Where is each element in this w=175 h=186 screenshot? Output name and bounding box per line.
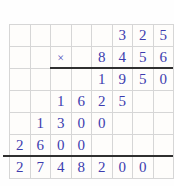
grid-cell-r7-c4-digit-8: 8 bbox=[72, 157, 93, 179]
grid-cell-r2-c6-digit-4: 4 bbox=[113, 47, 134, 69]
grid-cell-r2-c7-digit-5: 5 bbox=[133, 47, 154, 69]
grid-cell-r2-c8-digit-6: 6 bbox=[154, 47, 175, 69]
grid-cell-r1-c1-empty bbox=[10, 25, 31, 47]
grid-cell-r5-c4-digit-0: 0 bbox=[72, 113, 93, 135]
grid-cell-r7-c2-digit-7: 7 bbox=[31, 157, 52, 179]
grid-cell-r1-c4-empty bbox=[72, 25, 93, 47]
grid-cell-r4-c3-digit-1: 1 bbox=[51, 91, 72, 113]
worksheet: 325×845619501625130026002748200 bbox=[0, 0, 174, 186]
grid-cell-r3-c7-digit-5: 5 bbox=[133, 69, 154, 91]
grid-cell-r6-c2-digit-6: 6 bbox=[31, 135, 52, 157]
grid-cell-r3-c5-digit-1: 1 bbox=[92, 69, 113, 91]
grid-cell-r3-c3-empty bbox=[51, 69, 72, 91]
grid-cell-r3-c2-empty bbox=[31, 69, 52, 91]
grid-cell-r7-c8-empty bbox=[154, 157, 175, 179]
grid-cell-r1-c6-digit-3: 3 bbox=[113, 25, 134, 47]
rule-line-under-partials bbox=[3, 155, 173, 157]
grid-cell-r2-c3-times-sign: × bbox=[51, 47, 72, 69]
grid-cell-r3-c4-empty bbox=[72, 69, 93, 91]
grid-cell-r6-c4-digit-0: 0 bbox=[72, 135, 93, 157]
grid-cell-r2-c1-empty bbox=[10, 47, 31, 69]
grid-cell-r4-c8-empty bbox=[154, 91, 175, 113]
grid-cell-r1-c3-empty bbox=[51, 25, 72, 47]
grid-cell-r4-c1-empty bbox=[10, 91, 31, 113]
grid-cell-r5-c8-empty bbox=[154, 113, 175, 135]
grid-cell-r7-c7-digit-0: 0 bbox=[133, 157, 154, 179]
grid-cell-r2-c4-empty bbox=[72, 47, 93, 69]
grid-cell-r6-c1-digit-2: 2 bbox=[10, 135, 31, 157]
grid-cell-r6-c8-empty bbox=[154, 135, 175, 157]
grid-cell-r1-c7-digit-2: 2 bbox=[133, 25, 154, 47]
grid-cell-r7-c5-digit-2: 2 bbox=[92, 157, 113, 179]
grid-cell-r5-c5-digit-0: 0 bbox=[92, 113, 113, 135]
grid-cell-r7-c6-digit-0: 0 bbox=[113, 157, 134, 179]
grid-cell-r3-c6-digit-9: 9 bbox=[113, 69, 134, 91]
grid-cell-r7-c3-digit-4: 4 bbox=[51, 157, 72, 179]
grid-cell-r4-c6-digit-5: 5 bbox=[113, 91, 134, 113]
grid-cell-r6-c7-empty bbox=[133, 135, 154, 157]
grid-cell-r4-c5-digit-2: 2 bbox=[92, 91, 113, 113]
grid-cell-r5-c3-digit-3: 3 bbox=[51, 113, 72, 135]
grid-cell-r5-c7-empty bbox=[133, 113, 154, 135]
grid-cell-r1-c8-digit-5: 5 bbox=[154, 25, 175, 47]
grid-cell-r6-c3-digit-0: 0 bbox=[51, 135, 72, 157]
grid-cell-r4-c7-empty bbox=[133, 91, 154, 113]
grid-cell-r6-c6-empty bbox=[113, 135, 134, 157]
grid-cell-r1-c5-empty bbox=[92, 25, 113, 47]
grid-cell-r5-c6-empty bbox=[113, 113, 134, 135]
grid-cell-r6-c5-empty bbox=[92, 135, 113, 157]
grid-cell-r4-c2-empty bbox=[31, 91, 52, 113]
grid-cell-r7-c1-digit-2: 2 bbox=[10, 157, 31, 179]
grid-cell-r2-c5-digit-8: 8 bbox=[92, 47, 113, 69]
grid-cell-r4-c4-digit-6: 6 bbox=[72, 91, 93, 113]
grid-cell-r3-c8-digit-0: 0 bbox=[154, 69, 175, 91]
grid-cell-r2-c2-empty bbox=[31, 47, 52, 69]
grid-cell-r1-c2-empty bbox=[31, 25, 52, 47]
grid-cell-r5-c1-empty bbox=[10, 113, 31, 135]
grid-cell-r5-c2-digit-1: 1 bbox=[31, 113, 52, 135]
grid-cell-r3-c1-empty bbox=[10, 69, 31, 91]
rule-line-under-multiplier bbox=[50, 67, 173, 69]
